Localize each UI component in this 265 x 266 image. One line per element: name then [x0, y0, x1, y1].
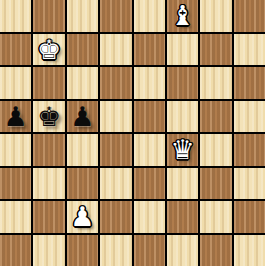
square-a5[interactable]: ♟: [0, 101, 31, 133]
square-a1[interactable]: [0, 235, 31, 266]
square-a6[interactable]: [0, 67, 31, 99]
square-g7[interactable]: [200, 34, 231, 66]
white-bishop-piece: ♝: [170, 2, 194, 29]
square-e7[interactable]: [134, 34, 165, 66]
chess-board-container: ♝♚♟♚♟♛♟: [0, 0, 265, 266]
square-g5[interactable]: [200, 101, 231, 133]
square-f2[interactable]: [167, 201, 198, 233]
square-e6[interactable]: [134, 67, 165, 99]
square-d2[interactable]: [100, 201, 131, 233]
square-c4[interactable]: [67, 134, 98, 166]
square-b6[interactable]: [33, 67, 64, 99]
square-g6[interactable]: [200, 67, 231, 99]
square-g8[interactable]: [200, 0, 231, 32]
white-queen-piece: ♛: [170, 136, 194, 163]
square-f4[interactable]: ♛: [167, 134, 198, 166]
square-h4[interactable]: [234, 134, 265, 166]
square-a4[interactable]: [0, 134, 31, 166]
square-d3[interactable]: [100, 168, 131, 200]
square-h7[interactable]: [234, 34, 265, 66]
square-e2[interactable]: [134, 201, 165, 233]
square-c1[interactable]: [67, 235, 98, 266]
white-king-piece: ♚: [37, 36, 61, 63]
square-e1[interactable]: [134, 235, 165, 266]
square-d7[interactable]: [100, 34, 131, 66]
square-a2[interactable]: [0, 201, 31, 233]
chess-board: ♝♚♟♚♟♛♟: [0, 0, 265, 266]
square-d6[interactable]: [100, 67, 131, 99]
black-pawn-piece: ♟: [70, 103, 94, 130]
square-h6[interactable]: [234, 67, 265, 99]
square-b3[interactable]: [33, 168, 64, 200]
square-f3[interactable]: [167, 168, 198, 200]
square-b4[interactable]: [33, 134, 64, 166]
square-f8[interactable]: ♝: [167, 0, 198, 32]
square-b1[interactable]: [33, 235, 64, 266]
square-g2[interactable]: [200, 201, 231, 233]
square-f6[interactable]: [167, 67, 198, 99]
square-e4[interactable]: [134, 134, 165, 166]
square-h2[interactable]: [234, 201, 265, 233]
square-e5[interactable]: [134, 101, 165, 133]
square-c3[interactable]: [67, 168, 98, 200]
square-d8[interactable]: [100, 0, 131, 32]
square-g3[interactable]: [200, 168, 231, 200]
square-h3[interactable]: [234, 168, 265, 200]
square-f7[interactable]: [167, 34, 198, 66]
black-king-piece: ♚: [37, 103, 61, 130]
square-c8[interactable]: [67, 0, 98, 32]
square-c6[interactable]: [67, 67, 98, 99]
square-c7[interactable]: [67, 34, 98, 66]
square-d1[interactable]: [100, 235, 131, 266]
square-c2[interactable]: ♟: [67, 201, 98, 233]
square-a8[interactable]: [0, 0, 31, 32]
square-g1[interactable]: [200, 235, 231, 266]
square-a3[interactable]: [0, 168, 31, 200]
square-f1[interactable]: [167, 235, 198, 266]
square-f5[interactable]: [167, 101, 198, 133]
square-b7[interactable]: ♚: [33, 34, 64, 66]
square-b2[interactable]: [33, 201, 64, 233]
square-e3[interactable]: [134, 168, 165, 200]
square-g4[interactable]: [200, 134, 231, 166]
white-pawn-piece: ♟: [70, 203, 94, 230]
square-d5[interactable]: [100, 101, 131, 133]
square-h1[interactable]: [234, 235, 265, 266]
square-b8[interactable]: [33, 0, 64, 32]
square-b5[interactable]: ♚: [33, 101, 64, 133]
black-pawn-piece: ♟: [4, 103, 28, 130]
square-e8[interactable]: [134, 0, 165, 32]
square-a7[interactable]: [0, 34, 31, 66]
square-c5[interactable]: ♟: [67, 101, 98, 133]
square-d4[interactable]: [100, 134, 131, 166]
square-h5[interactable]: [234, 101, 265, 133]
square-h8[interactable]: [234, 0, 265, 32]
